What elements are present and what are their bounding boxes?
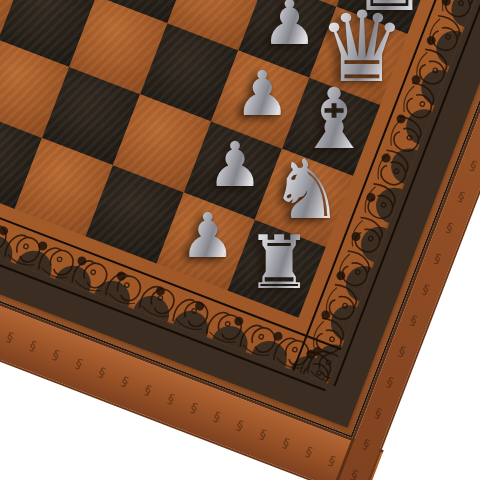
white-pawn-d2: ♟ bbox=[262, 0, 318, 54]
chess-board-case: § § § § § § § § § § § § § § § § § § § § … bbox=[0, 0, 480, 438]
white-pawn-c2: ♟ bbox=[235, 63, 291, 125]
white-pawn-a2: ♟ bbox=[180, 205, 236, 267]
white-pawn-b2: ♟ bbox=[207, 134, 263, 196]
white-rook-a1: ♜ bbox=[246, 225, 312, 299]
product-photo-scene: § § § § § § § § § § § § § § § § § § § § … bbox=[0, 0, 480, 480]
